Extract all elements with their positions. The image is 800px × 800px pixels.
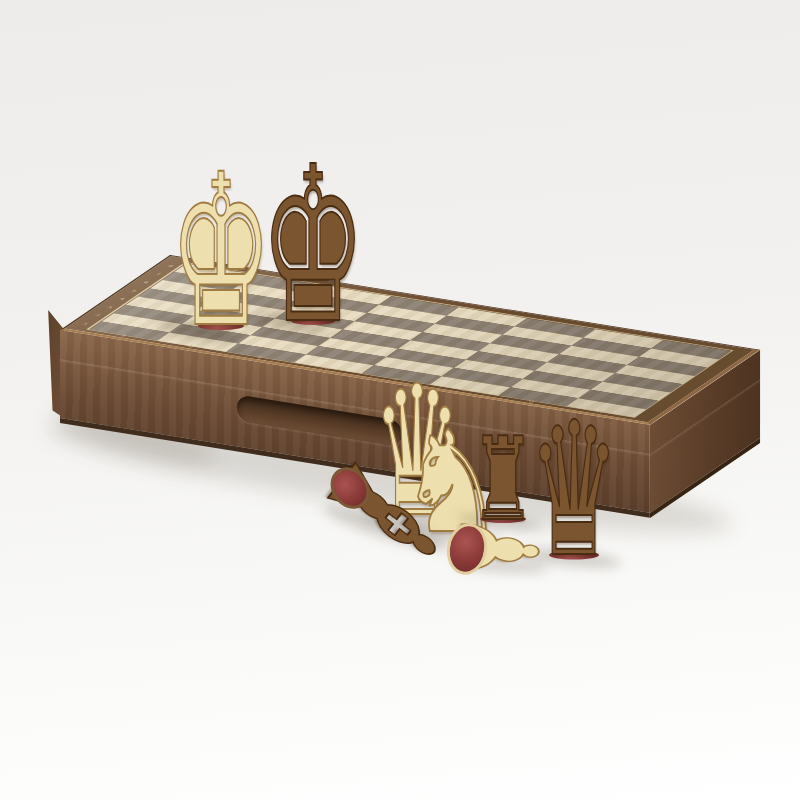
pieces-layer: ♚♚♛♞♜♛♝♟	[0, 0, 800, 800]
chess-set-product-photo: abcdefgh 12345678 ♚♚♛♞♜♛♝♟	[0, 0, 800, 800]
black-king: ♚	[260, 138, 366, 353]
white-king: ♚	[169, 148, 273, 358]
